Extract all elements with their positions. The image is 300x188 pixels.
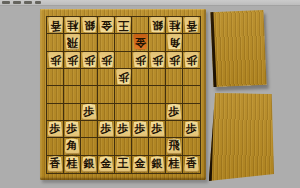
board-cell[interactable]: 金 [98,156,115,173]
board-cell[interactable]: 香 [183,17,200,34]
board-cell[interactable]: 金 [98,17,115,34]
piece-sente-pawn[interactable]: 歩 [99,121,114,137]
komadai-top [210,10,266,87]
board-cell[interactable]: 角 [166,34,183,51]
shogi-board: 香桂銀金王銀桂香飛金角歩歩歩歩歩歩歩歩歩歩歩歩歩歩歩歩歩歩角飛香桂銀金王金銀桂香 [40,9,206,180]
piece-sente-king[interactable]: 王 [116,156,131,172]
board-cell[interactable]: 歩 [115,69,132,86]
board-cell[interactable]: 桂 [64,17,81,34]
piece-sente-pawn[interactable]: 歩 [48,121,63,137]
piece-sente-knight[interactable]: 桂 [65,156,80,172]
board-cell[interactable]: 飛 [166,138,183,155]
board-cell[interactable] [98,138,115,155]
board-cell[interactable] [149,138,166,155]
board-cell[interactable]: 歩 [98,121,115,138]
board-cell[interactable] [183,104,200,121]
board-cell[interactable] [132,69,149,86]
board-cell[interactable]: 歩 [81,104,98,121]
board-cell[interactable] [132,17,149,34]
piece-sente-gold[interactable]: 金 [133,156,148,172]
board-cell[interactable]: 歩 [98,52,115,69]
board-cell[interactable]: 角 [64,138,81,155]
board-cell[interactable]: 歩 [47,121,64,138]
piece-sente-pawn[interactable]: 歩 [116,121,131,137]
board-cell[interactable]: 歩 [47,52,64,69]
piece-gote-gold[interactable]: 金 [99,17,114,33]
board-cell[interactable]: 香 [47,156,64,173]
board-cell[interactable] [149,86,166,103]
board-cell[interactable] [81,86,98,103]
piece-sente-bishop[interactable]: 角 [65,138,80,154]
piece-gote-knight[interactable]: 桂 [167,17,182,33]
board-cell[interactable] [47,86,64,103]
piece-gote-pawn[interactable]: 歩 [184,52,199,68]
piece-gote-pawn[interactable]: 歩 [116,69,131,85]
board-cell[interactable]: 歩 [132,52,149,69]
board-cell[interactable] [98,69,115,86]
board-cell[interactable] [81,69,98,86]
board-cell[interactable]: 桂 [166,156,183,173]
board-cell[interactable]: 銀 [149,17,166,34]
board-cell[interactable] [115,104,132,121]
board-cell[interactable] [115,34,132,51]
menu-item-mark[interactable] [2,1,10,4]
board-cell[interactable] [64,104,81,121]
board-cell[interactable] [81,34,98,51]
komadai-bottom [209,92,276,183]
piece-gote-bishop[interactable]: 角 [167,34,182,50]
piece-sente-silver[interactable]: 銀 [150,156,165,172]
board-cell[interactable]: 歩 [166,52,183,69]
piece-gote-pawn[interactable]: 歩 [65,52,80,68]
board-cell[interactable]: 銀 [81,17,98,34]
piece-gote-lance[interactable]: 香 [48,17,63,33]
board-cell[interactable]: 飛 [64,34,81,51]
piece-sente-silver[interactable]: 銀 [82,156,97,172]
board-cell[interactable]: 歩 [149,121,166,138]
menu-item-mark[interactable] [24,1,32,4]
board-cell[interactable]: 歩 [132,121,149,138]
board-grid: 香桂銀金王銀桂香飛金角歩歩歩歩歩歩歩歩歩歩歩歩歩歩歩歩歩歩角飛香桂銀金王金銀桂香 [46,16,201,174]
board-cell[interactable] [132,138,149,155]
board-cell[interactable] [81,138,98,155]
board-cell[interactable] [47,138,64,155]
piece-sente-pawn[interactable]: 歩 [150,121,165,137]
board-cell[interactable]: 銀 [81,156,98,173]
piece-sente-pawn[interactable]: 歩 [65,121,80,137]
board-cell[interactable] [183,34,200,51]
piece-sente-pawn[interactable]: 歩 [82,104,97,120]
board-cell[interactable] [183,86,200,103]
board-cell[interactable] [183,69,200,86]
piece-gote-silver[interactable]: 銀 [150,17,165,33]
board-cell[interactable] [98,104,115,121]
piece-sente-gold[interactable]: 金 [99,156,114,172]
board-cell[interactable]: 桂 [166,17,183,34]
board-cell[interactable]: 歩 [64,121,81,138]
piece-gote-pawn[interactable]: 歩 [150,52,165,68]
board-cell[interactable]: 歩 [115,121,132,138]
piece-gote-pawn[interactable]: 歩 [82,52,97,68]
piece-sente-rook[interactable]: 飛 [167,138,182,154]
board-cell[interactable]: 歩 [64,52,81,69]
board-cell[interactable]: 歩 [149,52,166,69]
board-cell[interactable] [98,86,115,103]
board-cell[interactable] [64,69,81,86]
board-cell[interactable] [98,34,115,51]
board-cell[interactable]: 歩 [81,52,98,69]
board-cell[interactable]: 桂 [64,156,81,173]
piece-gote-lance[interactable]: 香 [184,17,199,33]
piece-gote-rook[interactable]: 飛 [65,34,80,50]
board-cell[interactable] [64,86,81,103]
piece-gote-pawn[interactable]: 歩 [167,52,182,68]
board-cell[interactable] [115,138,132,155]
board-cell[interactable] [149,69,166,86]
piece-gote-silver[interactable]: 銀 [82,17,97,33]
board-cell[interactable] [149,34,166,51]
piece-sente-pawn[interactable]: 歩 [133,121,148,137]
board-cell[interactable]: 金 [132,34,149,51]
piece-gote-gold[interactable]: 金 [133,34,148,50]
shogi-app-window: { "game": "shogi", "app": { "window_back… [0,0,300,188]
board-cell[interactable]: 王 [115,156,132,173]
board-cell[interactable] [47,69,64,86]
piece-gote-king[interactable]: 王 [116,17,131,33]
board-cell[interactable] [115,86,132,103]
piece-gote-knight[interactable]: 桂 [65,17,80,33]
board-cell[interactable]: 歩 [166,104,183,121]
board-cell[interactable]: 歩 [183,121,200,138]
board-cell[interactable] [166,69,183,86]
piece-gote-pawn[interactable]: 歩 [99,52,114,68]
board-cell[interactable] [47,104,64,121]
piece-sente-pawn[interactable]: 歩 [167,104,182,120]
board-cell[interactable]: 歩 [183,52,200,69]
piece-gote-pawn[interactable]: 歩 [133,52,148,68]
menu-item-mark[interactable] [13,1,21,4]
board-cell[interactable]: 香 [47,17,64,34]
board-cell[interactable]: 金 [132,156,149,173]
board-cell[interactable] [166,121,183,138]
board-cell[interactable] [47,34,64,51]
board-cell[interactable]: 香 [183,156,200,173]
menubar[interactable] [0,0,300,6]
komadai-edge [209,92,214,181]
menu-item-mark[interactable] [35,1,41,4]
board-cell[interactable] [115,52,132,69]
board-cell[interactable] [166,86,183,103]
piece-sente-pawn[interactable]: 歩 [184,121,199,137]
piece-gote-pawn[interactable]: 歩 [48,52,63,68]
piece-sente-knight[interactable]: 桂 [167,156,182,172]
board-cell[interactable]: 銀 [149,156,166,173]
piece-sente-lance[interactable]: 香 [48,156,63,172]
board-cell[interactable] [183,138,200,155]
board-cell[interactable]: 王 [115,17,132,34]
piece-sente-lance[interactable]: 香 [184,156,199,172]
board-cell[interactable] [81,121,98,138]
board-cell[interactable] [149,104,166,121]
board-cell[interactable] [132,86,149,103]
komadai-edge [210,12,216,87]
board-cell[interactable] [132,104,149,121]
